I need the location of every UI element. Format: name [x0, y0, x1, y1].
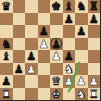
square-b6[interactable]	[13, 25, 26, 38]
black-bishop-a4: ♝	[0, 50, 13, 63]
square-e2[interactable]: ♛	[50, 75, 63, 88]
white-king-e1: ♚	[50, 88, 63, 101]
black-pawn-e5: ♟	[50, 38, 63, 51]
square-a7[interactable]	[0, 13, 13, 26]
square-c5[interactable]	[25, 38, 38, 51]
square-a1[interactable]: ♜	[0, 88, 13, 101]
square-h8[interactable]: ♜	[88, 0, 101, 13]
white-knight-g1: ♞	[75, 88, 88, 101]
square-h6[interactable]	[88, 25, 101, 38]
square-a3[interactable]	[0, 63, 13, 76]
square-a4[interactable]: ♝	[0, 50, 13, 63]
square-d7[interactable]	[38, 13, 51, 26]
black-pawn-f4: ♟	[63, 50, 76, 63]
black-pawn-c4: ♟	[25, 50, 38, 63]
square-b8[interactable]	[13, 0, 26, 13]
square-d4[interactable]	[38, 50, 51, 63]
square-e3[interactable]	[50, 63, 63, 76]
square-a2[interactable]: ♟	[0, 75, 13, 88]
white-rook-a1: ♜	[0, 88, 13, 101]
square-c3[interactable]: ♟	[25, 63, 38, 76]
square-h3[interactable]	[88, 63, 101, 76]
white-knight-f3: ♞	[63, 63, 76, 76]
square-h5[interactable]	[88, 38, 101, 51]
square-b5[interactable]	[13, 38, 26, 51]
square-b4[interactable]	[13, 50, 26, 63]
black-queen-a8: ♛	[0, 0, 13, 13]
square-f4[interactable]: ♟	[63, 50, 76, 63]
square-e7[interactable]	[50, 13, 63, 26]
white-rook-h1: ♜	[88, 88, 101, 101]
square-c8[interactable]	[25, 0, 38, 13]
black-pawn-h7: ♟	[88, 13, 101, 26]
square-g6[interactable]: ♟	[75, 25, 88, 38]
square-c7[interactable]	[25, 13, 38, 26]
square-a8[interactable]: ♛	[0, 0, 13, 13]
white-pawn-d5: ♟	[38, 38, 51, 51]
square-e8[interactable]: ♚	[50, 0, 63, 13]
square-d3[interactable]	[38, 63, 51, 76]
black-knight-a5: ♞	[0, 38, 13, 51]
square-d6[interactable]: ♟	[38, 25, 51, 38]
square-d8[interactable]	[38, 0, 51, 13]
white-pawn-g2: ♟	[75, 75, 88, 88]
square-a6[interactable]	[0, 25, 13, 38]
black-king-e8: ♚	[50, 0, 63, 13]
square-h1[interactable]: ♜	[88, 88, 101, 101]
square-b3[interactable]: ♟	[13, 63, 26, 76]
square-a5[interactable]: ♞	[0, 38, 13, 51]
square-f1[interactable]	[63, 88, 76, 101]
square-g2[interactable]: ♟	[75, 75, 88, 88]
square-f2[interactable]: ♟	[63, 75, 76, 88]
square-b1[interactable]	[13, 88, 26, 101]
black-bishop-f8: ♝	[63, 0, 76, 13]
chess-app-window: ♛♚♝♞♜♟♟♟♟♞♟♟♝♟♟♟♟♟♞♟♛♟♟♟♜♚♞♜	[0, 0, 100, 100]
square-h4[interactable]	[88, 50, 101, 63]
square-f8[interactable]: ♝	[63, 0, 76, 13]
square-f3[interactable]: ♞	[63, 63, 76, 76]
black-rook-h8: ♜	[88, 0, 101, 13]
square-g1[interactable]: ♞	[75, 88, 88, 101]
square-c6[interactable]	[25, 25, 38, 38]
white-pawn-e4: ♟	[50, 50, 63, 63]
square-g4[interactable]	[75, 50, 88, 63]
black-pawn-a2: ♟	[0, 75, 13, 88]
square-d1[interactable]	[38, 88, 51, 101]
black-pawn-b3: ♟	[13, 63, 26, 76]
white-pawn-h2: ♟	[88, 75, 101, 88]
square-g5[interactable]	[75, 38, 88, 51]
white-pawn-f2: ♟	[63, 75, 76, 88]
square-g3[interactable]	[75, 63, 88, 76]
square-f7[interactable]: ♟	[63, 13, 76, 26]
square-b7[interactable]	[13, 13, 26, 26]
black-pawn-f7: ♟	[63, 13, 76, 26]
square-g8[interactable]: ♞	[75, 0, 88, 13]
square-f5[interactable]	[63, 38, 76, 51]
white-queen-e2: ♛	[50, 75, 63, 88]
white-pawn-c3: ♟	[25, 63, 38, 76]
square-c1[interactable]	[25, 88, 38, 101]
square-g7[interactable]	[75, 13, 88, 26]
square-e4[interactable]: ♟	[50, 50, 63, 63]
square-e5[interactable]: ♟	[50, 38, 63, 51]
square-h7[interactable]: ♟	[88, 13, 101, 26]
square-d5[interactable]: ♟	[38, 38, 51, 51]
black-knight-g8: ♞	[75, 0, 88, 13]
chess-board: ♛♚♝♞♜♟♟♟♟♞♟♟♝♟♟♟♟♟♞♟♛♟♟♟♜♚♞♜	[0, 0, 100, 100]
square-c4[interactable]: ♟	[25, 50, 38, 63]
square-e1[interactable]: ♚	[50, 88, 63, 101]
square-d2[interactable]	[38, 75, 51, 88]
square-h2[interactable]: ♟	[88, 75, 101, 88]
square-f6[interactable]	[63, 25, 76, 38]
black-pawn-d6: ♟	[38, 25, 51, 38]
square-b2[interactable]	[13, 75, 26, 88]
square-e6[interactable]	[50, 25, 63, 38]
black-pawn-g6: ♟	[75, 25, 88, 38]
square-c2[interactable]	[25, 75, 38, 88]
